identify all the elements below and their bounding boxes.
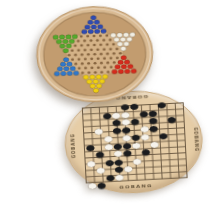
gobang-cell[interactable] [124, 180, 134, 188]
peg-blue[interactable] [70, 66, 76, 71]
peg-red[interactable] [112, 69, 118, 74]
peg-white[interactable] [124, 42, 130, 47]
peg-navy[interactable] [94, 20, 100, 25]
black-stone[interactable]: ● [97, 181, 107, 189]
peg-navy[interactable] [88, 20, 94, 25]
star-point [134, 142, 136, 143]
peg-yellow[interactable] [93, 88, 99, 93]
peg-yellow[interactable] [96, 74, 102, 79]
peg-blue[interactable] [60, 62, 66, 67]
peg-blue[interactable] [54, 71, 60, 76]
peg-navy[interactable] [91, 25, 97, 30]
gobang-cell[interactable] [106, 181, 116, 189]
product-photo-scene: GOBANG GOBANG GOBANG GOBANG ●●●●●●●●●●●●… [0, 0, 210, 210]
gobang-cell[interactable] [134, 179, 144, 187]
peg-yellow[interactable] [96, 84, 102, 89]
peg-navy[interactable] [82, 29, 88, 34]
peg-green[interactable] [69, 39, 75, 44]
gobang-cell[interactable] [170, 177, 180, 185]
peg-yellow[interactable] [99, 79, 105, 84]
peg-navy[interactable] [91, 15, 97, 20]
peg-blue[interactable] [67, 62, 73, 67]
peg-white[interactable] [121, 46, 127, 51]
peg-red[interactable] [124, 60, 130, 65]
peg-blue[interactable] [61, 71, 67, 76]
peg-green[interactable] [66, 44, 72, 49]
peg-yellow[interactable] [93, 79, 99, 84]
peg-white[interactable] [130, 32, 136, 37]
peg-red[interactable] [118, 60, 124, 65]
gobang-grid: ●●●●●●●●●●●●●●●●●●●●●●●●●●●●●●●●●●●●●●●●… [78, 99, 192, 186]
peg-green[interactable] [72, 34, 78, 39]
peg-yellow[interactable] [90, 84, 96, 89]
peg-navy[interactable] [94, 29, 100, 34]
peg-red[interactable] [125, 69, 131, 74]
peg-green[interactable] [63, 39, 69, 44]
peg-white[interactable] [120, 37, 126, 42]
peg-blue[interactable] [63, 57, 69, 62]
peg-green[interactable] [63, 48, 69, 53]
peg-blue[interactable] [73, 71, 79, 76]
peg-red[interactable] [121, 55, 127, 60]
peg-red[interactable] [128, 64, 134, 69]
peg-blue[interactable] [67, 71, 73, 76]
gobang-label-left: GOBANG [69, 133, 76, 158]
peg-yellow[interactable] [102, 74, 108, 79]
chinese-checkers-svg [33, 3, 156, 106]
peg-red[interactable] [121, 64, 127, 69]
peg-yellow[interactable] [89, 75, 95, 80]
peg-red[interactable] [115, 65, 121, 70]
gobang-cell[interactable] [152, 178, 162, 186]
peg-white[interactable] [117, 42, 123, 47]
gobang-cell[interactable] [161, 178, 171, 186]
chinese-checkers-face [33, 3, 156, 109]
gobang-cell[interactable] [185, 177, 191, 185]
peg-white[interactable] [117, 33, 123, 38]
gobang-cell[interactable] [143, 179, 153, 187]
peg-green[interactable] [59, 35, 65, 40]
peg-red[interactable] [118, 69, 124, 74]
peg-blue[interactable] [64, 66, 70, 71]
gobang-cell[interactable]: ● [97, 181, 107, 189]
gobang-cell[interactable] [115, 180, 125, 188]
peg-green[interactable] [66, 35, 72, 40]
peg-white[interactable] [127, 37, 133, 42]
peg-navy[interactable] [97, 24, 103, 29]
peg-green[interactable] [60, 44, 66, 49]
peg-navy[interactable] [101, 29, 107, 34]
gobang-label-right: GOBANG [193, 127, 200, 152]
peg-white[interactable] [110, 33, 116, 38]
peg-blue[interactable] [57, 67, 63, 72]
peg-navy[interactable] [85, 25, 91, 30]
peg-white[interactable] [123, 33, 129, 38]
peg-yellow[interactable] [83, 75, 89, 80]
peg-green[interactable] [56, 39, 62, 44]
peg-green[interactable] [53, 35, 59, 40]
peg-navy[interactable] [88, 29, 94, 34]
peg-white[interactable] [114, 37, 120, 42]
peg-yellow[interactable] [86, 79, 92, 84]
peg-red[interactable] [131, 69, 137, 74]
chinese-checkers-board [33, 3, 156, 106]
